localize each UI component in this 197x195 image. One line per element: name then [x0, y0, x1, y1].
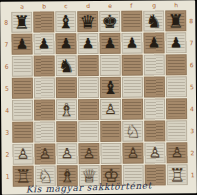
square-c8: ♝	[55, 11, 76, 32]
square-g8: ♞	[143, 10, 164, 31]
square-a4	[12, 100, 33, 121]
square-h3	[166, 120, 187, 141]
square-h6	[166, 54, 187, 75]
square-g6	[144, 54, 165, 75]
square-d2: ♙	[78, 143, 99, 164]
square-e8: ♚	[99, 11, 120, 32]
file-label-top-c: c	[64, 3, 67, 9]
file-label-top-h: h	[174, 2, 178, 8]
piece-black-pawn-h7: ♟	[170, 32, 183, 53]
square-c3	[56, 121, 77, 142]
piece-black-knight-g8: ♞	[146, 10, 162, 31]
piece-black-pawn-f7: ♟	[126, 33, 139, 54]
square-c7: ♟	[55, 33, 76, 54]
square-b6	[34, 55, 55, 76]
rank-label-left-1: 1	[6, 174, 10, 180]
square-a8: ♜	[11, 12, 32, 33]
square-d8: ♛	[77, 11, 98, 32]
rank-label-left-6: 6	[5, 64, 9, 70]
square-g3	[144, 120, 165, 141]
piece-black-king-e8: ♚	[102, 11, 118, 32]
file-label-top-e: e	[108, 3, 112, 9]
piece-white-knight-f3: ♘	[125, 121, 141, 142]
rank-label-left-7: 7	[5, 42, 9, 48]
rank-label-right-5: 5	[190, 84, 194, 90]
square-a6	[12, 56, 33, 77]
rank-label-right-6: 6	[190, 62, 194, 68]
square-g2: ♙	[144, 142, 165, 163]
square-b2: ♙	[34, 143, 55, 164]
file-label-top-f: f	[130, 3, 132, 9]
square-f3: ♘	[122, 121, 143, 142]
rank-label-left-4: 4	[5, 108, 9, 114]
square-h2: ♙	[166, 142, 187, 163]
square-g4	[144, 98, 165, 119]
square-h5	[166, 76, 187, 97]
file-label-top-a: a	[20, 4, 24, 10]
piece-white-pawn-d2: ♙	[83, 143, 96, 164]
file-label-top-b: b	[42, 3, 46, 9]
piece-black-pawn-c7: ♟	[60, 33, 73, 54]
square-e5: ♝	[100, 77, 121, 98]
square-b4	[34, 99, 55, 120]
square-a2: ♙	[12, 144, 33, 165]
square-b7: ♟	[33, 33, 54, 54]
stamp-sheet: ♜♝♛♚♞♜♟♟♟♟♟♟♟♟♞♝♗♙♘♙♙♙♙♙♙♙♖♘♗♕♔♖ Kis mag…	[0, 0, 197, 195]
rank-label-right-3: 3	[190, 128, 194, 134]
square-g5	[144, 76, 165, 97]
square-c4: ♗	[56, 99, 77, 120]
square-a5	[12, 78, 33, 99]
piece-white-pawn-e4: ♙	[104, 99, 117, 120]
chess-board: ♜♝♛♚♞♜♟♟♟♟♟♟♟♟♞♝♗♙♘♙♙♙♙♙♙♙♖♘♗♕♔♖	[11, 10, 188, 187]
rank-label-right-7: 7	[190, 40, 194, 46]
square-h7: ♟	[165, 32, 186, 53]
square-d4	[78, 99, 99, 120]
piece-white-bishop-c4: ♗	[58, 99, 74, 120]
piece-black-pawn-a7: ♟	[16, 34, 29, 55]
piece-black-pawn-d7: ♟	[82, 33, 95, 54]
square-f6	[122, 55, 143, 76]
square-f2: ♙	[122, 143, 143, 164]
piece-black-bishop-c8: ♝	[58, 11, 74, 32]
piece-white-pawn-f2: ♙	[127, 143, 140, 164]
square-b8	[33, 11, 54, 32]
square-f4	[122, 99, 143, 120]
piece-black-queen-d8: ♛	[80, 11, 96, 32]
square-f8	[121, 11, 142, 32]
rank-label-right-8: 8	[189, 18, 193, 24]
piece-white-pawn-h2: ♙	[171, 142, 184, 163]
piece-black-rook-a8: ♜	[14, 12, 30, 33]
piece-white-pawn-a2: ♙	[17, 144, 30, 165]
square-e4: ♙	[100, 99, 121, 120]
square-b3	[34, 121, 55, 142]
rank-label-left-5: 5	[5, 86, 9, 92]
square-g7: ♟	[143, 32, 164, 53]
rank-label-right-4: 4	[190, 106, 194, 112]
square-e3	[100, 121, 121, 142]
square-b5	[34, 77, 55, 98]
square-f5	[122, 77, 143, 98]
square-h8: ♜	[165, 10, 186, 31]
square-a3	[12, 122, 33, 143]
square-e7: ♟	[99, 33, 120, 54]
rank-label-right-1: 1	[191, 172, 195, 178]
piece-white-pawn-c2: ♙	[61, 143, 74, 164]
square-d3	[78, 121, 99, 142]
square-c6: ♞	[56, 55, 77, 76]
piece-black-rook-h8: ♜	[168, 10, 184, 31]
rank-label-left-8: 8	[4, 20, 8, 26]
piece-black-pawn-e7: ♟	[104, 33, 117, 54]
square-c5	[56, 77, 77, 98]
file-label-top-d: d	[86, 3, 90, 9]
square-c2: ♙	[56, 143, 77, 164]
square-d7: ♟	[77, 33, 98, 54]
square-f7: ♟	[121, 33, 142, 54]
square-d6	[78, 55, 99, 76]
piece-white-pawn-g2: ♙	[149, 142, 162, 163]
square-e6	[100, 55, 121, 76]
square-h4	[166, 98, 187, 119]
rank-label-left-2: 2	[5, 152, 9, 158]
piece-black-pawn-b7: ♟	[38, 33, 51, 54]
rank-label-left-3: 3	[5, 130, 9, 136]
square-a7: ♟	[11, 34, 32, 55]
square-d5	[78, 77, 99, 98]
file-label-top-g: g	[152, 2, 156, 8]
piece-white-pawn-b2: ♙	[39, 143, 52, 164]
piece-black-pawn-g7: ♟	[148, 32, 161, 53]
rank-label-right-2: 2	[190, 150, 194, 156]
piece-black-knight-c6: ♞	[58, 55, 74, 76]
piece-black-bishop-e5: ♝	[102, 77, 118, 98]
square-e2	[100, 143, 121, 164]
